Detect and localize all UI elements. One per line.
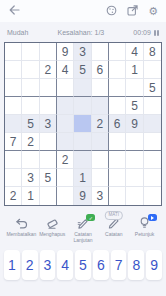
sudoku-cell-r3c6[interactable] (92, 79, 109, 97)
sudoku-cell-r1c5[interactable]: 3 (74, 43, 91, 61)
share-button[interactable] (127, 2, 138, 20)
sudoku-cell-r4c2[interactable] (22, 97, 39, 115)
sudoku-cell-r5c9[interactable] (144, 115, 161, 133)
sudoku-cell-r4c9[interactable] (144, 97, 161, 115)
share-icon (127, 2, 138, 20)
sudoku-cell-r1c9[interactable]: 8 (144, 43, 161, 61)
sudoku-cell-r3c4[interactable] (57, 79, 74, 97)
advanced-notes-label: Catatan Lanjutan (68, 231, 99, 243)
sudoku-cell-r1c2[interactable] (22, 43, 39, 61)
sudoku-cell-r7c8[interactable] (126, 151, 143, 169)
pause-icon (154, 30, 156, 36)
sudoku-cell-r5c2[interactable]: 5 (22, 115, 39, 133)
sudoku-cell-r9c2[interactable]: 1 (22, 187, 39, 205)
sudoku-cell-r2c1[interactable] (5, 61, 22, 79)
sudoku-cell-r2c8[interactable]: 1 (126, 61, 143, 79)
sudoku-cell-r4c7[interactable] (109, 97, 126, 115)
advanced-notes-button[interactable]: ✓ Catatan Lanjutan (68, 217, 99, 243)
mistakes-label: Kesalahan: 1/3 (58, 29, 105, 36)
eraser-icon (46, 217, 58, 229)
erase-label: Menghapus (39, 231, 65, 237)
sudoku-cell-r3c9[interactable]: 5 (144, 79, 161, 97)
sudoku-cell-r4c8[interactable]: 5 (126, 97, 143, 115)
numpad-key-2[interactable]: 2 (22, 250, 38, 280)
sudoku-cell-r8c6[interactable] (92, 169, 109, 187)
sudoku-cell-r9c8[interactable] (126, 187, 143, 205)
sudoku-cell-r8c9[interactable] (144, 169, 161, 187)
sudoku-cell-r3c3[interactable] (40, 79, 57, 97)
sudoku-cell-r4c1[interactable] (5, 97, 22, 115)
sudoku-cell-r1c1[interactable] (5, 43, 22, 61)
sudoku-cell-r8c1[interactable] (5, 169, 22, 187)
sudoku-cell-r8c3[interactable]: 5 (40, 169, 57, 187)
sudoku-cell-r6c1[interactable]: 7 (5, 133, 22, 151)
hint-label: Petunjuk (135, 231, 154, 237)
sudoku-app: ⚙ Mudah Kesalahan: 1/3 00:09 93482456155… (0, 0, 166, 296)
sudoku-cell-r5c5[interactable] (74, 115, 91, 133)
advanced-notes-on-badge: ✓ (86, 214, 95, 221)
sudoku-cell-r7c4[interactable]: 2 (57, 151, 74, 169)
sudoku-cell-r9c6[interactable]: 3 (92, 187, 109, 205)
sudoku-cell-r6c2[interactable]: 2 (22, 133, 39, 151)
sudoku-cell-r2c6[interactable]: 6 (92, 61, 109, 79)
topbar-actions: ⚙ (106, 2, 158, 20)
numpad-key-5[interactable]: 5 (75, 250, 91, 280)
undo-icon (15, 217, 28, 229)
theme-button[interactable] (106, 2, 117, 20)
sudoku-cell-r7c6[interactable] (92, 151, 109, 169)
timer-label: 00:09 (133, 29, 151, 36)
sudoku-cell-r5c1[interactable] (5, 115, 22, 133)
numpad-key-6[interactable]: 6 (93, 250, 109, 280)
numpad-key-8[interactable]: 8 (128, 250, 144, 280)
sudoku-cell-r6c5[interactable] (74, 133, 91, 151)
status-bar: Mudah Kesalahan: 1/3 00:09 (0, 25, 166, 40)
sudoku-cell-r1c4[interactable]: 9 (57, 43, 74, 61)
hint-ad-badge (148, 214, 157, 221)
sudoku-cell-r9c1[interactable]: 2 (5, 187, 22, 205)
notes-label: Catatan (105, 231, 123, 237)
sudoku-cell-r5c3[interactable]: 3 (40, 115, 57, 133)
sudoku-cell-r6c9[interactable] (144, 133, 161, 151)
sudoku-cell-r8c5[interactable]: 1 (74, 169, 91, 187)
timer-group: 00:09 (133, 29, 159, 36)
sudoku-cell-r6c7[interactable] (109, 133, 126, 151)
sudoku-cell-r2c9[interactable] (144, 61, 161, 79)
sudoku-cell-r5c7[interactable]: 6 (109, 115, 126, 133)
hint-button[interactable]: Petunjuk (129, 217, 160, 243)
sudoku-cell-r7c5[interactable] (74, 151, 91, 169)
sudoku-cell-r9c9[interactable] (144, 187, 161, 205)
notes-off-badge: MATI (105, 211, 123, 220)
gear-icon: ⚙ (148, 6, 158, 17)
numpad-key-7[interactable]: 7 (111, 250, 127, 280)
sudoku-cell-r1c8[interactable]: 4 (126, 43, 143, 61)
numpad-key-9[interactable]: 9 (146, 250, 162, 280)
undo-button[interactable]: Membatalkan (6, 217, 37, 243)
sudoku-cell-r5c8[interactable]: 9 (126, 115, 143, 133)
sudoku-cell-r7c3[interactable] (40, 151, 57, 169)
settings-button[interactable]: ⚙ (148, 6, 158, 17)
top-bar: ⚙ (0, 0, 166, 22)
erase-button[interactable]: Menghapus (37, 217, 68, 243)
sudoku-cell-r8c4[interactable] (57, 169, 74, 187)
sudoku-cell-r3c8[interactable] (126, 79, 143, 97)
numpad-key-4[interactable]: 4 (57, 250, 73, 280)
sudoku-cell-r8c8[interactable] (126, 169, 143, 187)
sudoku-cell-r2c5[interactable]: 5 (74, 61, 91, 79)
sudoku-cell-r1c6[interactable] (92, 43, 109, 61)
sudoku-board: 93482456155532697223512193 (4, 42, 162, 206)
pause-icon (157, 30, 159, 36)
toolbar: Membatalkan Menghapus ✓ Catatan Lanjutan… (0, 217, 166, 243)
sudoku-cell-r6c3[interactable] (40, 133, 57, 151)
sudoku-cell-r6c8[interactable] (126, 133, 143, 151)
sudoku-cell-r7c1[interactable] (5, 151, 22, 169)
difficulty-label: Mudah (7, 29, 28, 36)
sudoku-cell-r2c4[interactable]: 4 (57, 61, 74, 79)
palette-icon (106, 2, 117, 20)
sudoku-cell-r9c5[interactable]: 9 (74, 187, 91, 205)
sudoku-cell-r1c7[interactable] (109, 43, 126, 61)
sudoku-cell-r5c4[interactable] (57, 115, 74, 133)
sudoku-cell-r3c7[interactable] (109, 79, 126, 97)
sudoku-cell-r8c2[interactable]: 3 (22, 169, 39, 187)
sudoku-cell-r2c2[interactable] (22, 61, 39, 79)
back-button[interactable] (8, 2, 20, 20)
numpad-key-1[interactable]: 1 (4, 250, 20, 280)
sudoku-cell-r5c6[interactable]: 2 (92, 115, 109, 133)
sudoku-cell-r3c1[interactable] (5, 79, 22, 97)
number-pad: 123456789 (0, 250, 166, 280)
sudoku-cell-r4c5[interactable] (74, 97, 91, 115)
sudoku-cell-r1c3[interactable] (40, 43, 57, 61)
sudoku-cell-r9c7[interactable] (109, 187, 126, 205)
sudoku-cell-r7c2[interactable] (22, 151, 39, 169)
sudoku-cell-r9c4[interactable] (57, 187, 74, 205)
sudoku-cell-r6c6[interactable] (92, 133, 109, 151)
notes-button[interactable]: MATI Catatan (98, 217, 129, 243)
sudoku-cell-r7c9[interactable] (144, 151, 161, 169)
sudoku-cell-r8c7[interactable] (109, 169, 126, 187)
sudoku-cell-r9c3[interactable] (40, 187, 57, 205)
sudoku-cell-r7c7[interactable] (109, 151, 126, 169)
sudoku-cell-r4c4[interactable] (57, 97, 74, 115)
sudoku-cell-r3c5[interactable] (74, 79, 91, 97)
sudoku-cell-r4c6[interactable] (92, 97, 109, 115)
sudoku-cell-r2c7[interactable] (109, 61, 126, 79)
back-arrow-icon (8, 2, 20, 20)
numpad-key-3[interactable]: 3 (40, 250, 56, 280)
undo-label: Membatalkan (6, 231, 36, 237)
sudoku-cell-r4c3[interactable] (40, 97, 57, 115)
sudoku-cell-r2c3[interactable]: 2 (40, 61, 57, 79)
sudoku-cell-r3c2[interactable] (22, 79, 39, 97)
pause-button[interactable] (154, 30, 159, 36)
sudoku-cell-r6c4[interactable] (57, 133, 74, 151)
